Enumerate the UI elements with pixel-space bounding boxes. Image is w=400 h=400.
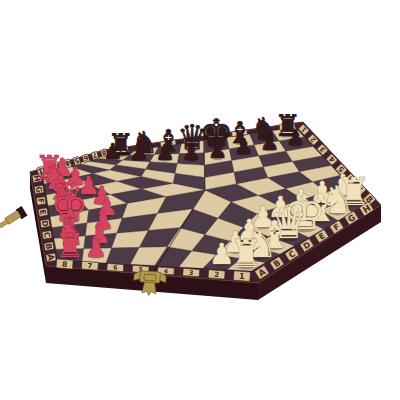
coordinate-label: 6 [113, 264, 118, 271]
white-rook-0[interactable]: ♜ [229, 232, 263, 276]
dark-pawn-7[interactable]: ♟ [286, 125, 306, 150]
label-cell-red_edge-6: B [44, 242, 55, 251]
label-cell-red_edge-5: C [42, 230, 53, 239]
label-cell-red_edge-3: E [38, 208, 48, 217]
dark-pawn-6[interactable]: ♟ [260, 130, 280, 155]
dark-pawn-0[interactable]: ♟ [103, 139, 123, 164]
board-svg: 12345678ABCDEFGH12345678ABCDEFGH87654321… [0, 0, 400, 400]
coordinate-label: 4 [164, 268, 169, 274]
red-pawn-7[interactable]: ♟ [85, 234, 107, 263]
dark-pawn-5[interactable]: ♟ [234, 134, 254, 159]
coordinate-label: 3 [189, 269, 194, 277]
coordinate-label: 7 [87, 262, 93, 270]
dark-pawn-1[interactable]: ♟ [129, 140, 149, 165]
clasp-hasp [142, 282, 157, 296]
red-rook-7[interactable]: ♜ [55, 226, 85, 265]
label-cell-red_edge-4: D [40, 219, 50, 228]
dark-pawn-3[interactable]: ♟ [182, 140, 202, 165]
brass-hinge [0, 206, 27, 231]
three-player-chess-board-photo: 12345678ABCDEFGH12345678ABCDEFGH87654321… [0, 0, 400, 400]
dark-pawn-2[interactable]: ♟ [155, 140, 175, 165]
label-cell-front_edge-2: 6 [107, 263, 124, 272]
hinge-arm [0, 220, 9, 228]
label-cell-red_edge-2: F [36, 197, 46, 206]
clasp-plate [140, 271, 161, 283]
dark-pawn-4[interactable]: ♟ [208, 138, 228, 163]
